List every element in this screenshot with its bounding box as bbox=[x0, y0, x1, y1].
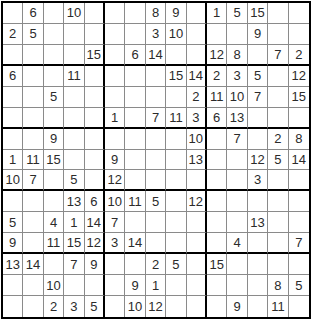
cell-r4c6-empty[interactable] bbox=[105, 66, 125, 87]
cell-r6c14-empty[interactable] bbox=[268, 108, 288, 129]
cell-r15c4-given[interactable]: 3 bbox=[64, 296, 84, 317]
cell-r1c12-given[interactable]: 5 bbox=[227, 3, 247, 24]
cell-r11c4-given[interactable]: 1 bbox=[64, 212, 84, 233]
cell-r7c9-empty[interactable] bbox=[166, 129, 186, 150]
cell-r14c2-empty[interactable] bbox=[23, 275, 43, 296]
cell-r1c10-empty[interactable] bbox=[187, 3, 207, 24]
cell-r8c8-empty[interactable] bbox=[146, 150, 166, 171]
cell-r3c5-given[interactable]: 15 bbox=[85, 45, 105, 66]
cell-r6c13-empty[interactable] bbox=[248, 108, 268, 129]
cell-r1c7-empty[interactable] bbox=[125, 3, 145, 24]
cell-r4c9-given[interactable]: 15 bbox=[166, 66, 186, 87]
cell-r13c11-given[interactable]: 15 bbox=[207, 254, 227, 275]
cell-r12c2-empty[interactable] bbox=[23, 233, 43, 254]
cell-r8c1-given[interactable]: 1 bbox=[3, 150, 23, 171]
cell-r2c14-empty[interactable] bbox=[268, 24, 288, 45]
cell-r8c12-empty[interactable] bbox=[227, 150, 247, 171]
cell-r5c10-given[interactable]: 2 bbox=[187, 87, 207, 108]
cell-r2c5-empty[interactable] bbox=[85, 24, 105, 45]
cell-r6c1-empty[interactable] bbox=[3, 108, 23, 129]
cell-r13c7-empty[interactable] bbox=[125, 254, 145, 275]
cell-r7c5-empty[interactable] bbox=[85, 129, 105, 150]
cell-r3c11-given[interactable]: 12 bbox=[207, 45, 227, 66]
cell-r1c8-given[interactable]: 8 bbox=[146, 3, 166, 24]
cell-r15c7-given[interactable]: 10 bbox=[125, 296, 145, 317]
cell-r14c7-given[interactable]: 9 bbox=[125, 275, 145, 296]
cell-r9c6-given[interactable]: 12 bbox=[105, 170, 125, 191]
cell-r15c15-empty[interactable] bbox=[289, 296, 309, 317]
cell-r2c9-given[interactable]: 10 bbox=[166, 24, 186, 45]
cell-r3c8-given[interactable]: 14 bbox=[146, 45, 166, 66]
cell-r9c12-empty[interactable] bbox=[227, 170, 247, 191]
cell-r7c14-given[interactable]: 2 bbox=[268, 129, 288, 150]
cell-r12c8-empty[interactable] bbox=[146, 233, 166, 254]
cell-r2c13-given[interactable]: 9 bbox=[248, 24, 268, 45]
cell-r9c9-empty[interactable] bbox=[166, 170, 186, 191]
cell-r5c15-given[interactable]: 15 bbox=[289, 87, 309, 108]
cell-r10c11-empty[interactable] bbox=[207, 191, 227, 212]
cell-r1c3-empty[interactable] bbox=[44, 3, 64, 24]
cell-r5c13-given[interactable]: 7 bbox=[248, 87, 268, 108]
cell-r6c10-given[interactable]: 3 bbox=[187, 108, 207, 129]
cell-r14c12-empty[interactable] bbox=[227, 275, 247, 296]
cell-r11c12-empty[interactable] bbox=[227, 212, 247, 233]
cell-r11c11-empty[interactable] bbox=[207, 212, 227, 233]
cell-r7c10-given[interactable]: 10 bbox=[187, 129, 207, 150]
cell-r5c7-empty[interactable] bbox=[125, 87, 145, 108]
cell-r9c15-empty[interactable] bbox=[289, 170, 309, 191]
cell-r11c6-given[interactable]: 7 bbox=[105, 212, 125, 233]
cell-r4c10-given[interactable]: 14 bbox=[187, 66, 207, 87]
cell-r14c14-given[interactable]: 8 bbox=[268, 275, 288, 296]
cell-r4c11-given[interactable]: 2 bbox=[207, 66, 227, 87]
cell-r7c3-given[interactable]: 9 bbox=[44, 129, 64, 150]
cell-r14c5-empty[interactable] bbox=[85, 275, 105, 296]
cell-r5c11-given[interactable]: 11 bbox=[207, 87, 227, 108]
cell-r12c13-empty[interactable] bbox=[248, 233, 268, 254]
cell-r2c12-empty[interactable] bbox=[227, 24, 247, 45]
cell-r12c11-empty[interactable] bbox=[207, 233, 227, 254]
cell-r15c14-given[interactable]: 11 bbox=[268, 296, 288, 317]
cell-r10c3-empty[interactable] bbox=[44, 191, 64, 212]
cell-r2c11-empty[interactable] bbox=[207, 24, 227, 45]
cell-r15c2-empty[interactable] bbox=[23, 296, 43, 317]
cell-r5c12-given[interactable]: 10 bbox=[227, 87, 247, 108]
cell-r8c5-empty[interactable] bbox=[85, 150, 105, 171]
sudoku-board: 6108915152531091561412872611151423512521… bbox=[1, 1, 311, 319]
cell-r3c6-empty[interactable] bbox=[105, 45, 125, 66]
cell-r9c7-empty[interactable] bbox=[125, 170, 145, 191]
cell-r1c13-given[interactable]: 15 bbox=[248, 3, 268, 24]
cell-r4c15-given[interactable]: 12 bbox=[289, 66, 309, 87]
cell-r11c1-given[interactable]: 5 bbox=[3, 212, 23, 233]
cell-r1c1-empty[interactable] bbox=[3, 3, 23, 24]
cell-r14c13-empty[interactable] bbox=[248, 275, 268, 296]
cell-r15c12-given[interactable]: 9 bbox=[227, 296, 247, 317]
cell-r7c13-empty[interactable] bbox=[248, 129, 268, 150]
cell-r3c10-empty[interactable] bbox=[187, 45, 207, 66]
cell-r9c3-empty[interactable] bbox=[44, 170, 64, 191]
cell-r12c3-given[interactable]: 11 bbox=[44, 233, 64, 254]
cell-r13c5-given[interactable]: 9 bbox=[85, 254, 105, 275]
cell-r6c2-empty[interactable] bbox=[23, 108, 43, 129]
cell-r7c1-empty[interactable] bbox=[3, 129, 23, 150]
cell-r8c6-given[interactable]: 9 bbox=[105, 150, 125, 171]
cell-r15c1-empty[interactable] bbox=[3, 296, 23, 317]
cell-r1c6-empty[interactable] bbox=[105, 3, 125, 24]
cell-r12c4-given[interactable]: 15 bbox=[64, 233, 84, 254]
cell-r4c13-given[interactable]: 5 bbox=[248, 66, 268, 87]
cell-r6c6-given[interactable]: 1 bbox=[105, 108, 125, 129]
cell-r3c3-empty[interactable] bbox=[44, 45, 64, 66]
cell-r5c8-empty[interactable] bbox=[146, 87, 166, 108]
cell-r7c4-empty[interactable] bbox=[64, 129, 84, 150]
cell-r14c3-given[interactable]: 10 bbox=[44, 275, 64, 296]
cell-r4c8-empty[interactable] bbox=[146, 66, 166, 87]
cell-r12c12-given[interactable]: 4 bbox=[227, 233, 247, 254]
cell-r10c2-empty[interactable] bbox=[23, 191, 43, 212]
cell-r6c4-empty[interactable] bbox=[64, 108, 84, 129]
cell-r14c11-empty[interactable] bbox=[207, 275, 227, 296]
cell-r3c7-given[interactable]: 6 bbox=[125, 45, 145, 66]
cell-r9c4-given[interactable]: 5 bbox=[64, 170, 84, 191]
cell-r6c5-empty[interactable] bbox=[85, 108, 105, 129]
cell-r7c6-empty[interactable] bbox=[105, 129, 125, 150]
cell-r11c7-empty[interactable] bbox=[125, 212, 145, 233]
cell-r15c8-given[interactable]: 12 bbox=[146, 296, 166, 317]
cell-r10c8-given[interactable]: 5 bbox=[146, 191, 166, 212]
cell-r10c15-empty[interactable] bbox=[289, 191, 309, 212]
cell-r12c5-given[interactable]: 12 bbox=[85, 233, 105, 254]
cell-r2c1-given[interactable]: 2 bbox=[3, 24, 23, 45]
cell-r10c6-given[interactable]: 10 bbox=[105, 191, 125, 212]
cell-r2c6-empty[interactable] bbox=[105, 24, 125, 45]
cell-r4c2-empty[interactable] bbox=[23, 66, 43, 87]
page: 6108915152531091561412872611151423512521… bbox=[0, 1, 312, 320]
cell-r11c8-empty[interactable] bbox=[146, 212, 166, 233]
cell-r7c7-empty[interactable] bbox=[125, 129, 145, 150]
cell-r8c11-empty[interactable] bbox=[207, 150, 227, 171]
cell-r12c7-given[interactable]: 14 bbox=[125, 233, 145, 254]
cell-r8c10-given[interactable]: 13 bbox=[187, 150, 207, 171]
cell-r13c13-empty[interactable] bbox=[248, 254, 268, 275]
cell-r3c1-empty[interactable] bbox=[3, 45, 23, 66]
cell-r2c2-given[interactable]: 5 bbox=[23, 24, 43, 45]
cell-r15c13-empty[interactable] bbox=[248, 296, 268, 317]
cell-r15c9-empty[interactable] bbox=[166, 296, 186, 317]
cell-r10c12-empty[interactable] bbox=[227, 191, 247, 212]
cell-r7c15-given[interactable]: 8 bbox=[289, 129, 309, 150]
cell-r1c4-given[interactable]: 10 bbox=[64, 3, 84, 24]
cell-r10c13-empty[interactable] bbox=[248, 191, 268, 212]
cell-r5c2-empty[interactable] bbox=[23, 87, 43, 108]
cell-r14c10-empty[interactable] bbox=[187, 275, 207, 296]
cell-r2c7-empty[interactable] bbox=[125, 24, 145, 45]
cell-r14c1-empty[interactable] bbox=[3, 275, 23, 296]
cell-r11c10-empty[interactable] bbox=[187, 212, 207, 233]
cell-r11c14-empty[interactable] bbox=[268, 212, 288, 233]
cell-r2c4-empty[interactable] bbox=[64, 24, 84, 45]
cell-r2c3-empty[interactable] bbox=[44, 24, 64, 45]
cell-r9c10-empty[interactable] bbox=[187, 170, 207, 191]
cell-r8c15-given[interactable]: 14 bbox=[289, 150, 309, 171]
cell-r8c4-empty[interactable] bbox=[64, 150, 84, 171]
cell-r15c10-empty[interactable] bbox=[187, 296, 207, 317]
cell-r8c9-empty[interactable] bbox=[166, 150, 186, 171]
cell-r9c2-given[interactable]: 7 bbox=[23, 170, 43, 191]
cell-r1c5-empty[interactable] bbox=[85, 3, 105, 24]
cell-r3c2-empty[interactable] bbox=[23, 45, 43, 66]
cell-r11c3-given[interactable]: 4 bbox=[44, 212, 64, 233]
cell-r6c9-given[interactable]: 11 bbox=[166, 108, 186, 129]
cell-r3c9-empty[interactable] bbox=[166, 45, 186, 66]
cell-r10c4-given[interactable]: 13 bbox=[64, 191, 84, 212]
cell-r6c8-given[interactable]: 7 bbox=[146, 108, 166, 129]
cell-r8c2-given[interactable]: 11 bbox=[23, 150, 43, 171]
cell-r9c1-given[interactable]: 10 bbox=[3, 170, 23, 191]
cell-r1c2-given[interactable]: 6 bbox=[23, 3, 43, 24]
cell-r14c15-given[interactable]: 5 bbox=[289, 275, 309, 296]
cell-r5c6-empty[interactable] bbox=[105, 87, 125, 108]
cell-r9c13-given[interactable]: 3 bbox=[248, 170, 268, 191]
cell-r13c14-empty[interactable] bbox=[268, 254, 288, 275]
cell-r4c3-empty[interactable] bbox=[44, 66, 64, 87]
cell-r3c14-given[interactable]: 7 bbox=[268, 45, 288, 66]
cell-r12c6-given[interactable]: 3 bbox=[105, 233, 125, 254]
cell-r5c1-empty[interactable] bbox=[3, 87, 23, 108]
cell-r9c11-empty[interactable] bbox=[207, 170, 227, 191]
cell-r11c5-given[interactable]: 14 bbox=[85, 212, 105, 233]
cell-r11c15-empty[interactable] bbox=[289, 212, 309, 233]
cell-r1c15-empty[interactable] bbox=[289, 3, 309, 24]
cell-r5c5-empty[interactable] bbox=[85, 87, 105, 108]
cell-r3c15-given[interactable]: 2 bbox=[289, 45, 309, 66]
cell-r11c9-empty[interactable] bbox=[166, 212, 186, 233]
cell-r9c5-empty[interactable] bbox=[85, 170, 105, 191]
cell-r7c2-empty[interactable] bbox=[23, 129, 43, 150]
cell-r15c6-empty[interactable] bbox=[105, 296, 125, 317]
cell-r13c10-empty[interactable] bbox=[187, 254, 207, 275]
cell-r11c2-empty[interactable] bbox=[23, 212, 43, 233]
cell-r5c4-empty[interactable] bbox=[64, 87, 84, 108]
cell-r5c9-empty[interactable] bbox=[166, 87, 186, 108]
cell-r5c3-given[interactable]: 5 bbox=[44, 87, 64, 108]
cell-r13c3-empty[interactable] bbox=[44, 254, 64, 275]
cell-r15c11-empty[interactable] bbox=[207, 296, 227, 317]
cell-r6c12-given[interactable]: 13 bbox=[227, 108, 247, 129]
cell-r6c15-empty[interactable] bbox=[289, 108, 309, 129]
cell-r15c5-given[interactable]: 5 bbox=[85, 296, 105, 317]
cell-r8c13-given[interactable]: 12 bbox=[248, 150, 268, 171]
cell-r13c9-given[interactable]: 5 bbox=[166, 254, 186, 275]
cell-r12c9-empty[interactable] bbox=[166, 233, 186, 254]
cell-r13c8-given[interactable]: 2 bbox=[146, 254, 166, 275]
cell-r12c1-given[interactable]: 9 bbox=[3, 233, 23, 254]
cell-r4c4-given[interactable]: 11 bbox=[64, 66, 84, 87]
cell-r10c1-empty[interactable] bbox=[3, 191, 23, 212]
cell-r14c6-empty[interactable] bbox=[105, 275, 125, 296]
cell-r4c1-given[interactable]: 6 bbox=[3, 66, 23, 87]
cell-r2c15-empty[interactable] bbox=[289, 24, 309, 45]
cell-r14c8-given[interactable]: 1 bbox=[146, 275, 166, 296]
cell-r4c5-empty[interactable] bbox=[85, 66, 105, 87]
cell-r4c7-empty[interactable] bbox=[125, 66, 145, 87]
cell-r6c11-given[interactable]: 6 bbox=[207, 108, 227, 129]
cell-r7c12-given[interactable]: 7 bbox=[227, 129, 247, 150]
cell-r5c14-empty[interactable] bbox=[268, 87, 288, 108]
cell-r7c8-empty[interactable] bbox=[146, 129, 166, 150]
cell-r15c3-given[interactable]: 2 bbox=[44, 296, 64, 317]
cell-r13c6-empty[interactable] bbox=[105, 254, 125, 275]
cell-r2c10-empty[interactable] bbox=[187, 24, 207, 45]
cell-r6c7-empty[interactable] bbox=[125, 108, 145, 129]
cell-r1c11-given[interactable]: 1 bbox=[207, 3, 227, 24]
cell-r10c5-given[interactable]: 6 bbox=[85, 191, 105, 212]
cell-r4c14-empty[interactable] bbox=[268, 66, 288, 87]
cell-r13c4-given[interactable]: 7 bbox=[64, 254, 84, 275]
cell-r1c14-empty[interactable] bbox=[268, 3, 288, 24]
cell-r9c14-empty[interactable] bbox=[268, 170, 288, 191]
cell-r14c4-empty[interactable] bbox=[64, 275, 84, 296]
cell-r13c2-given[interactable]: 14 bbox=[23, 254, 43, 275]
cell-r10c10-given[interactable]: 12 bbox=[187, 191, 207, 212]
cell-r10c7-given[interactable]: 11 bbox=[125, 191, 145, 212]
cell-r11c13-given[interactable]: 13 bbox=[248, 212, 268, 233]
cell-r13c12-empty[interactable] bbox=[227, 254, 247, 275]
cell-r12c15-given[interactable]: 7 bbox=[289, 233, 309, 254]
cell-r8c14-given[interactable]: 5 bbox=[268, 150, 288, 171]
cell-r10c14-empty[interactable] bbox=[268, 191, 288, 212]
cell-r7c11-empty[interactable] bbox=[207, 129, 227, 150]
cell-r12c14-empty[interactable] bbox=[268, 233, 288, 254]
cell-r3c4-empty[interactable] bbox=[64, 45, 84, 66]
cell-r8c7-empty[interactable] bbox=[125, 150, 145, 171]
cell-r10c9-empty[interactable] bbox=[166, 191, 186, 212]
cell-r2c8-given[interactable]: 3 bbox=[146, 24, 166, 45]
cell-r4c12-given[interactable]: 3 bbox=[227, 66, 247, 87]
cell-r8c3-given[interactable]: 15 bbox=[44, 150, 64, 171]
cell-r6c3-empty[interactable] bbox=[44, 108, 64, 129]
cell-r12c10-empty[interactable] bbox=[187, 233, 207, 254]
cell-r13c1-given[interactable]: 13 bbox=[3, 254, 23, 275]
cell-r13c15-empty[interactable] bbox=[289, 254, 309, 275]
cell-r3c13-empty[interactable] bbox=[248, 45, 268, 66]
cell-r9c8-empty[interactable] bbox=[146, 170, 166, 191]
cell-r3c12-given[interactable]: 8 bbox=[227, 45, 247, 66]
cell-r1c9-given[interactable]: 9 bbox=[166, 3, 186, 24]
cell-r14c9-empty[interactable] bbox=[166, 275, 186, 296]
